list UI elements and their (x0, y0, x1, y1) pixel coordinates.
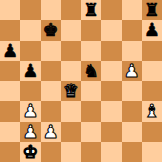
square-h4[interactable] (142, 81, 162, 101)
square-h6[interactable] (142, 41, 162, 61)
square-c2[interactable]: ♟ (41, 122, 61, 142)
piece-white-pawn[interactable]: ♟ (43, 122, 59, 140)
square-c7[interactable]: ♚ (41, 20, 61, 40)
square-c3[interactable] (41, 101, 61, 121)
square-b7[interactable] (20, 20, 40, 40)
square-g8[interactable] (122, 0, 142, 20)
square-c1[interactable] (41, 142, 61, 162)
piece-black-pawn[interactable]: ♟ (2, 41, 18, 59)
square-d1[interactable] (61, 142, 81, 162)
piece-white-pawn[interactable]: ♟ (124, 61, 140, 79)
square-h8[interactable]: ♜ (142, 0, 162, 20)
square-h7[interactable]: ♟ (142, 20, 162, 40)
square-a2[interactable] (0, 122, 20, 142)
chess-board-container: ♜♜♚♟♟♟♞♟♛♟♝♟♟♚ (0, 0, 162, 162)
square-f4[interactable] (101, 81, 121, 101)
square-b4[interactable] (20, 81, 40, 101)
square-a8[interactable] (0, 0, 20, 20)
square-a5[interactable] (0, 61, 20, 81)
square-d6[interactable] (61, 41, 81, 61)
piece-black-knight[interactable]: ♞ (83, 61, 99, 79)
square-a6[interactable]: ♟ (0, 41, 20, 61)
square-f6[interactable] (101, 41, 121, 61)
square-a7[interactable] (0, 20, 20, 40)
square-g7[interactable] (122, 20, 142, 40)
square-e7[interactable] (81, 20, 101, 40)
square-g4[interactable] (122, 81, 142, 101)
square-e3[interactable] (81, 101, 101, 121)
piece-black-pawn[interactable]: ♟ (144, 21, 160, 39)
square-f2[interactable] (101, 122, 121, 142)
square-e1[interactable] (81, 142, 101, 162)
square-b6[interactable] (20, 41, 40, 61)
piece-black-king[interactable]: ♚ (43, 21, 59, 39)
square-f7[interactable] (101, 20, 121, 40)
square-g5[interactable]: ♟ (122, 61, 142, 81)
square-f8[interactable] (101, 0, 121, 20)
square-d5[interactable] (61, 61, 81, 81)
square-d4[interactable]: ♛ (61, 81, 81, 101)
piece-black-rook[interactable]: ♜ (83, 1, 99, 19)
square-a4[interactable] (0, 81, 20, 101)
piece-white-bishop[interactable]: ♝ (144, 102, 160, 120)
square-f1[interactable] (101, 142, 121, 162)
square-d2[interactable] (61, 122, 81, 142)
square-c4[interactable] (41, 81, 61, 101)
chess-board: ♜♜♚♟♟♟♞♟♛♟♝♟♟♚ (0, 0, 162, 162)
square-c6[interactable] (41, 41, 61, 61)
square-b8[interactable] (20, 0, 40, 20)
square-b2[interactable]: ♟ (20, 122, 40, 142)
square-g2[interactable] (122, 122, 142, 142)
square-e5[interactable]: ♞ (81, 61, 101, 81)
square-d7[interactable] (61, 20, 81, 40)
square-g1[interactable] (122, 142, 142, 162)
piece-black-rook[interactable]: ♜ (144, 1, 160, 19)
piece-white-king[interactable]: ♚ (22, 142, 38, 160)
square-a1[interactable] (0, 142, 20, 162)
square-a3[interactable] (0, 101, 20, 121)
square-e8[interactable]: ♜ (81, 0, 101, 20)
square-d8[interactable] (61, 0, 81, 20)
square-b5[interactable]: ♟ (20, 61, 40, 81)
square-h1[interactable] (142, 142, 162, 162)
square-g3[interactable] (122, 101, 142, 121)
square-g6[interactable] (122, 41, 142, 61)
square-h2[interactable] (142, 122, 162, 142)
square-h3[interactable]: ♝ (142, 101, 162, 121)
piece-black-pawn[interactable]: ♟ (22, 61, 38, 79)
square-f5[interactable] (101, 61, 121, 81)
piece-white-queen[interactable]: ♛ (63, 82, 79, 100)
square-b1[interactable]: ♚ (20, 142, 40, 162)
square-e2[interactable] (81, 122, 101, 142)
square-c5[interactable] (41, 61, 61, 81)
square-h5[interactable] (142, 61, 162, 81)
square-f3[interactable] (101, 101, 121, 121)
square-c8[interactable] (41, 0, 61, 20)
square-b3[interactable]: ♟ (20, 101, 40, 121)
square-e4[interactable] (81, 81, 101, 101)
square-d3[interactable] (61, 101, 81, 121)
piece-white-pawn[interactable]: ♟ (22, 102, 38, 120)
square-e6[interactable] (81, 41, 101, 61)
piece-white-pawn[interactable]: ♟ (22, 122, 38, 140)
